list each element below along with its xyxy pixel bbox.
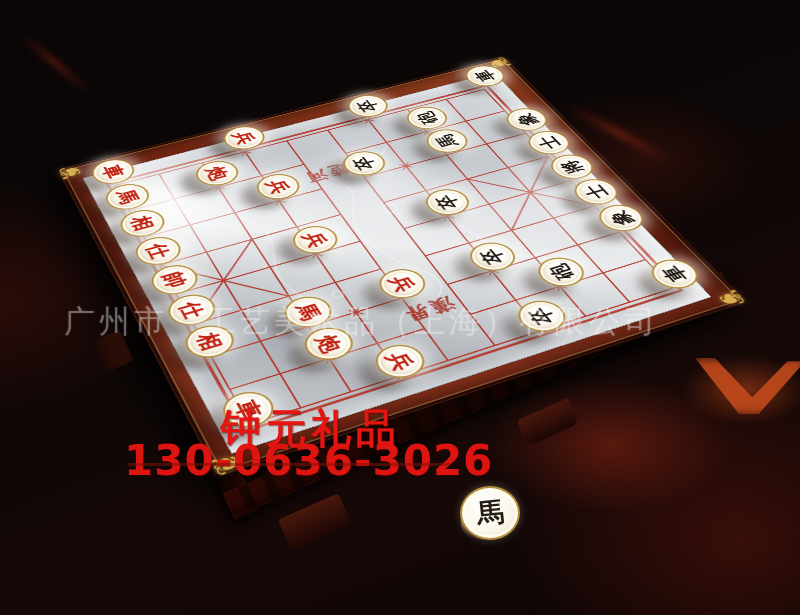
piece-character: 車 [99, 163, 126, 180]
phone-watermark: 130-0636-3026 [124, 436, 493, 485]
piece-character: 士 [534, 135, 563, 151]
piece-character: 兵 [383, 350, 416, 373]
piece-character: 卒 [477, 247, 508, 266]
piece-black-卒[interactable]: 卒 [342, 92, 394, 121]
piece-red-兵[interactable]: 兵 [286, 222, 344, 258]
piece-black-車[interactable]: 車 [459, 62, 511, 89]
piece-character: 砲 [545, 262, 577, 282]
piece-character: 仕 [143, 241, 172, 260]
piece-red-兵[interactable]: 兵 [372, 264, 433, 303]
piece-red-兵[interactable]: 兵 [218, 123, 270, 154]
red-reflection-streak [19, 32, 92, 94]
piece-black-馬[interactable]: 馬 [420, 126, 475, 157]
piece-character: 卒 [350, 155, 379, 172]
piece-character: 卒 [433, 193, 463, 211]
piece-red-帥[interactable]: 帥 [146, 261, 204, 300]
phone-strike-line [128, 463, 450, 466]
off-board-black-horse[interactable]: 馬 [456, 486, 520, 548]
xiangqi-board: ❦ ❦ ❦ ❦ [59, 57, 745, 475]
piece-character: 車 [472, 69, 499, 83]
piece-black-卒[interactable]: 卒 [419, 185, 476, 219]
piece-red-兵[interactable]: 兵 [368, 340, 432, 384]
piece-character: 馬 [475, 494, 506, 533]
piece-red-相[interactable]: 相 [115, 206, 170, 241]
piece-red-仕[interactable]: 仕 [130, 233, 187, 270]
piece-character: 炮 [203, 165, 231, 182]
piece-black-卒[interactable]: 卒 [337, 147, 392, 179]
piece-character: 相 [128, 214, 157, 232]
piece-black-象[interactable]: 象 [591, 201, 651, 236]
piece-character: 將 [557, 158, 587, 175]
piece-character: 車 [658, 264, 691, 284]
piece-character: 兵 [264, 178, 293, 195]
piece-black-卒[interactable]: 卒 [462, 238, 523, 275]
company-watermark: 广州市 工艺美术品（上海）有限公司 [64, 301, 659, 343]
piece-top: 馬 [460, 486, 520, 540]
wooden-frame: ❦ ❦ ❦ ❦ [59, 57, 745, 475]
piece-character: 卒 [354, 98, 381, 113]
piece-black-砲[interactable]: 砲 [530, 253, 592, 291]
photo-stage: ❦ ❦ ❦ ❦ [0, 0, 800, 615]
stand-foot [278, 493, 352, 551]
piece-character: 馬 [113, 188, 141, 206]
piece-character: 帥 [159, 270, 189, 290]
piece-character: 兵 [300, 230, 330, 249]
gold-corner-ornament-icon: ❦ [708, 285, 753, 310]
stand-foot [517, 398, 580, 446]
red-reflection-chevron [695, 358, 800, 414]
piece-character: 象 [513, 112, 541, 127]
piece-character: 士 [581, 183, 611, 200]
piece-character: 兵 [230, 130, 257, 146]
piece-character: 砲 [413, 110, 441, 125]
piece-character: 象 [606, 209, 637, 227]
piece-red-炮[interactable]: 炮 [190, 157, 244, 190]
piece-black-車[interactable]: 車 [643, 255, 706, 293]
piece-red-兵[interactable]: 兵 [251, 170, 306, 203]
piece-character: 兵 [386, 274, 418, 294]
piece-character: 馬 [433, 133, 461, 149]
